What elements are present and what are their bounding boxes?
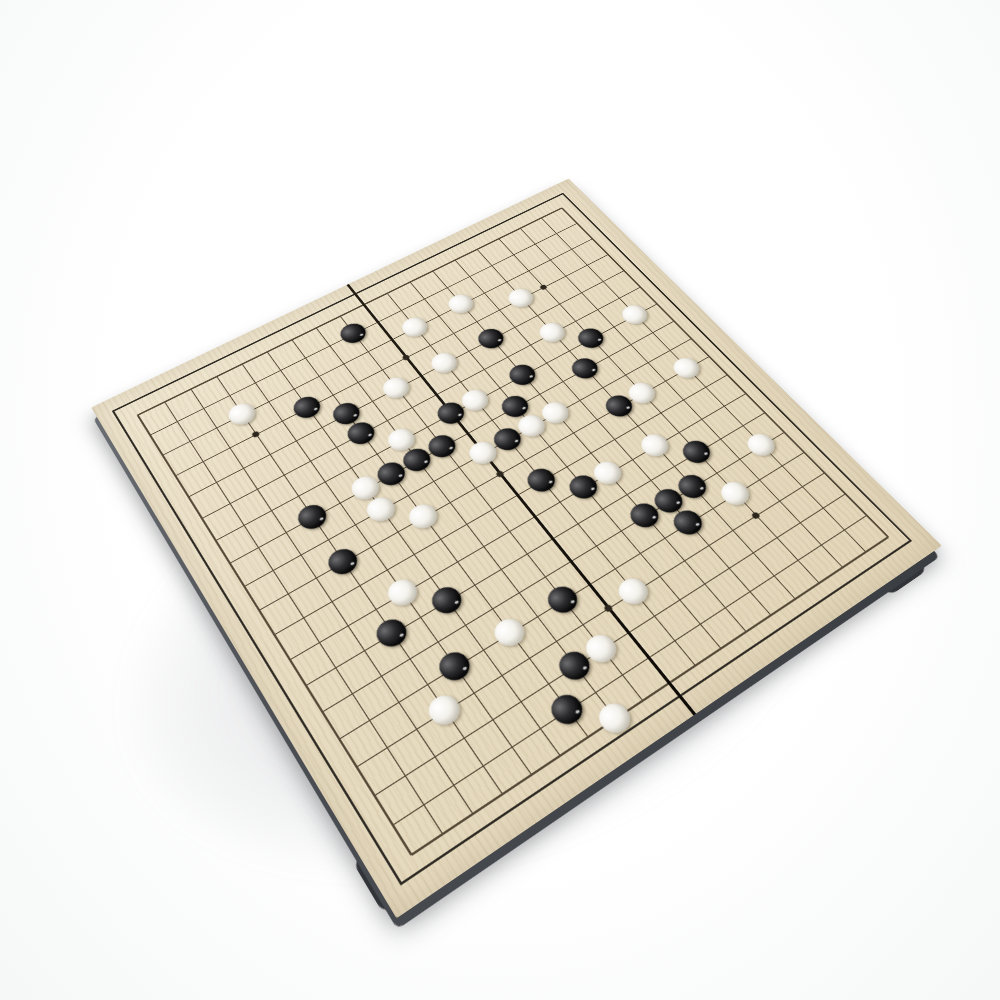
stone-black-4-8 [293,501,331,534]
stone-white-16-15 [716,477,755,509]
star-point-10-16 [603,604,614,613]
stone-black-7-18 [546,689,589,729]
grid-line-h-16 [356,472,824,767]
stone-white-11-16 [613,574,653,610]
stone-white-5-12 [383,575,423,611]
stone-black-9-15 [542,582,582,618]
stone-black-6-13 [427,582,467,618]
grid-line-h-19 [411,536,889,856]
star-point-4-10 [338,558,348,567]
product-photo-scene [0,0,1000,1000]
stone-white-4-16 [423,690,465,730]
stone-white-6-8 [347,472,384,504]
stone-white-8-19 [593,698,636,739]
stone-white-9-17 [580,630,622,668]
stone-black-4-13 [371,614,411,651]
stone-black-13-14 [625,499,664,532]
stone-black-12-12 [564,471,602,503]
star-point-4-16 [439,706,450,716]
grid-line-h-17 [374,493,845,795]
stone-black-14-15 [668,506,707,539]
stone-black-4-10 [323,544,362,579]
stone-white-6-9 [362,493,400,526]
stone-white-7-15 [489,614,530,651]
stone-black-15-14 [673,471,711,503]
stone-black-8-17 [553,647,595,686]
stone-black-5-15 [434,647,475,686]
stone-white-7-10 [404,500,442,533]
stone-black-14-14 [649,485,688,517]
star-point-16-16 [751,511,761,520]
